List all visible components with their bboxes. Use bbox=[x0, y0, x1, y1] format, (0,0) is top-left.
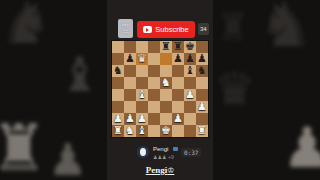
black-rook-e8[interactable]: ♜ bbox=[160, 41, 172, 53]
white-pawn-g4[interactable]: ♟ bbox=[184, 89, 196, 101]
square-c1[interactable]: ♝ bbox=[136, 125, 148, 137]
square-h4[interactable] bbox=[196, 89, 208, 101]
ambient-piece-left-1: ♝ bbox=[58, 50, 101, 98]
square-b3[interactable] bbox=[124, 101, 136, 113]
square-d5[interactable] bbox=[148, 77, 160, 89]
square-b7[interactable]: ♟ bbox=[124, 53, 136, 65]
watermark-text: Pengi bbox=[146, 165, 168, 175]
square-f1[interactable] bbox=[172, 125, 184, 137]
square-d1[interactable] bbox=[148, 125, 160, 137]
square-b4[interactable] bbox=[124, 89, 136, 101]
square-g1[interactable] bbox=[184, 125, 196, 137]
black-king-g8[interactable]: ♚ bbox=[184, 41, 196, 53]
square-h8[interactable] bbox=[196, 41, 208, 53]
white-knight-e5[interactable]: ♞ bbox=[160, 77, 172, 89]
player-avatar[interactable] bbox=[137, 146, 149, 158]
white-rook-h1[interactable]: ♜ bbox=[196, 125, 208, 137]
youtube-play-icon bbox=[143, 26, 152, 33]
square-a8[interactable] bbox=[112, 41, 124, 53]
square-b2[interactable]: ♟ bbox=[124, 113, 136, 125]
channel-watermark: Pengi♔ bbox=[107, 165, 213, 175]
square-c3[interactable] bbox=[136, 101, 148, 113]
square-a6[interactable]: ♞ bbox=[112, 65, 124, 77]
square-h5[interactable] bbox=[196, 77, 208, 89]
white-pawn-b2[interactable]: ♟ bbox=[124, 113, 136, 125]
square-c8[interactable] bbox=[136, 41, 148, 53]
ambient-piece-left-2: ♜ bbox=[0, 116, 47, 180]
ambient-piece-left-3: ♟ bbox=[48, 138, 87, 180]
square-c4[interactable]: ♝ bbox=[136, 89, 148, 101]
black-pawn-g7[interactable]: ♟ bbox=[184, 53, 196, 65]
square-e4[interactable] bbox=[160, 89, 172, 101]
king-icon: ♔ bbox=[167, 166, 174, 175]
square-a4[interactable] bbox=[112, 89, 124, 101]
player-clock: 0:37 bbox=[181, 148, 201, 157]
flag-icon bbox=[173, 147, 178, 151]
penguin-icon bbox=[140, 148, 146, 156]
subscribe-button[interactable]: Subscribe bbox=[137, 21, 195, 38]
square-h2[interactable] bbox=[196, 113, 208, 125]
square-c5[interactable] bbox=[136, 77, 148, 89]
square-c2[interactable]: ♟ bbox=[136, 113, 148, 125]
square-g6[interactable]: ♝ bbox=[184, 65, 196, 77]
square-a3[interactable] bbox=[112, 101, 124, 113]
black-bishop-g6[interactable]: ♝ bbox=[184, 65, 196, 77]
video-column: ♖ Subscribe 34 ♜♜♚♟♛♟♟♟♞♝♞♞♝♟♟♟♟♟♟♜♞♝♚♜ … bbox=[107, 0, 213, 180]
ambient-piece-right-3: ♟ bbox=[282, 120, 320, 176]
subscribe-label: Subscribe bbox=[155, 25, 188, 34]
square-d6[interactable] bbox=[148, 65, 160, 77]
square-c7[interactable]: ♛ bbox=[136, 53, 148, 65]
captured-pawns: ♟♟♟ bbox=[153, 154, 166, 160]
black-rook-f8[interactable]: ♜ bbox=[172, 41, 184, 53]
square-a1[interactable]: ♜ bbox=[112, 125, 124, 137]
square-b1[interactable]: ♞ bbox=[124, 125, 136, 137]
subscribe-bar: ♖ Subscribe 34 bbox=[107, 19, 213, 39]
square-e3[interactable] bbox=[160, 101, 172, 113]
square-h6[interactable]: ♞ bbox=[196, 65, 208, 77]
black-pawn-f7[interactable]: ♟ bbox=[172, 53, 184, 65]
white-knight-b1[interactable]: ♞ bbox=[124, 125, 136, 137]
square-e6[interactable] bbox=[160, 65, 172, 77]
white-queen-c7[interactable]: ♛ bbox=[136, 53, 148, 65]
square-e7[interactable] bbox=[160, 53, 172, 65]
square-e5[interactable]: ♞ bbox=[160, 77, 172, 89]
ambient-piece-left-0: ♞ bbox=[0, 0, 52, 52]
square-d8[interactable] bbox=[148, 41, 160, 53]
square-f2[interactable]: ♟ bbox=[172, 113, 184, 125]
square-f8[interactable]: ♜ bbox=[172, 41, 184, 53]
square-f3[interactable] bbox=[172, 101, 184, 113]
square-e1[interactable]: ♚ bbox=[160, 125, 172, 137]
square-b5[interactable] bbox=[124, 77, 136, 89]
square-g2[interactable] bbox=[184, 113, 196, 125]
white-pawn-h3[interactable]: ♟ bbox=[196, 101, 208, 113]
ambient-piece-right-2: ♛ bbox=[214, 66, 255, 112]
square-g4[interactable]: ♟ bbox=[184, 89, 196, 101]
square-a7[interactable] bbox=[112, 53, 124, 65]
square-d2[interactable] bbox=[148, 113, 160, 125]
subscriber-counter: 34 bbox=[198, 23, 209, 35]
square-d4[interactable] bbox=[148, 89, 160, 101]
white-bishop-c4[interactable]: ♝ bbox=[136, 89, 148, 101]
white-pawn-c2[interactable]: ♟ bbox=[136, 113, 148, 125]
white-bishop-c1[interactable]: ♝ bbox=[136, 125, 148, 137]
square-h7[interactable]: ♟ bbox=[196, 53, 208, 65]
black-knight-h6[interactable]: ♞ bbox=[196, 65, 208, 77]
square-g7[interactable]: ♟ bbox=[184, 53, 196, 65]
chess-board: ♜♜♚♟♛♟♟♟♞♝♞♞♝♟♟♟♟♟♟♜♞♝♚♜ bbox=[112, 41, 208, 137]
square-e2[interactable] bbox=[160, 113, 172, 125]
square-f7[interactable]: ♟ bbox=[172, 53, 184, 65]
channel-avatar[interactable]: ♖ bbox=[118, 19, 133, 38]
square-g3[interactable] bbox=[184, 101, 196, 113]
white-rook-a1[interactable]: ♜ bbox=[112, 125, 124, 137]
square-g8[interactable]: ♚ bbox=[184, 41, 196, 53]
square-f5[interactable] bbox=[172, 77, 184, 89]
square-a5[interactable] bbox=[112, 77, 124, 89]
black-knight-a6[interactable]: ♞ bbox=[112, 65, 124, 77]
rook-icon: ♖ bbox=[120, 22, 131, 36]
square-h3[interactable]: ♟ bbox=[196, 101, 208, 113]
square-a2[interactable]: ♟ bbox=[112, 113, 124, 125]
square-b8[interactable] bbox=[124, 41, 136, 53]
square-h1[interactable]: ♜ bbox=[196, 125, 208, 137]
square-c6[interactable] bbox=[136, 65, 148, 77]
square-f4[interactable] bbox=[172, 89, 184, 101]
square-e8[interactable]: ♜ bbox=[160, 41, 172, 53]
black-pawn-h7[interactable]: ♟ bbox=[196, 53, 208, 65]
square-d3[interactable] bbox=[148, 101, 160, 113]
square-d7[interactable] bbox=[148, 53, 160, 65]
captured-pieces: ♟♟♟ +9 bbox=[153, 154, 174, 160]
video-frame: ♞♝♜♟♞♜♛♟ ♖ Subscribe 34 ♜♜♚♟♛♟♟♟♞♝♞♞♝♟♟♟… bbox=[0, 0, 320, 180]
square-b6[interactable] bbox=[124, 65, 136, 77]
white-pawn-a2[interactable]: ♟ bbox=[112, 113, 124, 125]
material-advantage: +9 bbox=[168, 154, 174, 160]
square-g5[interactable] bbox=[184, 77, 196, 89]
square-f6[interactable] bbox=[172, 65, 184, 77]
player-name: Pengi bbox=[153, 146, 168, 152]
ambient-piece-right-0: ♞ bbox=[258, 0, 314, 56]
white-king-e1[interactable]: ♚ bbox=[160, 125, 172, 137]
player-bar: Pengi ♟♟♟ +9 0:37 bbox=[107, 145, 213, 163]
ambient-piece-right-1: ♜ bbox=[216, 8, 250, 46]
black-pawn-b7[interactable]: ♟ bbox=[124, 53, 136, 65]
white-pawn-f2[interactable]: ♟ bbox=[172, 113, 184, 125]
